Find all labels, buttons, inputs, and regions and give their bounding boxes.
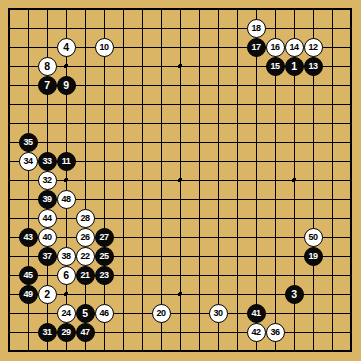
stone-move-20-white: 20	[152, 304, 171, 323]
stone-move-35-black: 35	[19, 133, 38, 152]
stone-move-6-white: 6	[57, 266, 76, 285]
stone-move-3-black: 3	[285, 285, 304, 304]
stone-move-2-white: 2	[38, 285, 57, 304]
stone-move-24-white: 24	[57, 304, 76, 323]
stone-move-28-white: 28	[76, 209, 95, 228]
stone-move-49-black: 49	[19, 285, 38, 304]
stone-move-33-black: 33	[38, 152, 57, 171]
stone-move-21-black: 21	[76, 266, 95, 285]
stone-move-13-black: 13	[304, 57, 323, 76]
stone-move-29-black: 29	[57, 323, 76, 342]
stone-move-45-black: 45	[19, 266, 38, 285]
stone-move-46-white: 46	[95, 304, 114, 323]
stone-move-50-white: 50	[304, 228, 323, 247]
stone-move-41-black: 41	[247, 304, 266, 323]
stone-move-30-white: 30	[209, 304, 228, 323]
stone-move-14-white: 14	[285, 38, 304, 57]
stone-move-22-white: 22	[76, 247, 95, 266]
stone-move-47-black: 47	[76, 323, 95, 342]
stone-move-5-black: 5	[76, 304, 95, 323]
stone-move-37-black: 37	[38, 247, 57, 266]
stone-move-23-black: 23	[95, 266, 114, 285]
stone-move-1-black: 1	[285, 57, 304, 76]
stone-move-25-black: 25	[95, 247, 114, 266]
go-board[interactable]: 1234567891011121314151617181920212223242…	[0, 0, 361, 361]
stone-move-38-white: 38	[57, 247, 76, 266]
stone-move-34-white: 34	[19, 152, 38, 171]
stone-move-17-black: 17	[247, 38, 266, 57]
stone-move-11-black: 11	[57, 152, 76, 171]
stones-layer: 1234567891011121314151617181920212223242…	[0, 0, 361, 361]
stone-move-36-white: 36	[266, 323, 285, 342]
stone-move-40-white: 40	[38, 228, 57, 247]
stone-move-32-white: 32	[38, 171, 57, 190]
stone-move-27-black: 27	[95, 228, 114, 247]
stone-move-7-black: 7	[38, 76, 57, 95]
stone-move-44-white: 44	[38, 209, 57, 228]
stone-move-12-white: 12	[304, 38, 323, 57]
stone-move-26-white: 26	[76, 228, 95, 247]
stone-move-48-white: 48	[57, 190, 76, 209]
stone-move-16-white: 16	[266, 38, 285, 57]
stone-move-18-white: 18	[247, 19, 266, 38]
stone-move-19-black: 19	[304, 247, 323, 266]
stone-move-4-white: 4	[57, 38, 76, 57]
stone-move-42-white: 42	[247, 323, 266, 342]
stone-move-8-white: 8	[38, 57, 57, 76]
stone-move-31-black: 31	[38, 323, 57, 342]
stone-move-15-black: 15	[266, 57, 285, 76]
stone-move-10-white: 10	[95, 38, 114, 57]
stone-move-39-black: 39	[38, 190, 57, 209]
stone-move-9-black: 9	[57, 76, 76, 95]
stone-move-43-black: 43	[19, 228, 38, 247]
